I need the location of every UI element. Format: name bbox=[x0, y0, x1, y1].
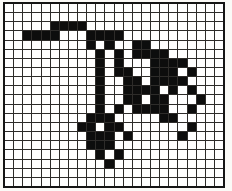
grid-cell bbox=[42, 86, 50, 94]
grid-cell bbox=[151, 22, 159, 30]
grid-cell bbox=[23, 150, 31, 158]
grid-cell bbox=[124, 123, 132, 131]
grid-cell-filled bbox=[87, 123, 95, 131]
grid-cell bbox=[133, 132, 141, 140]
grid-cell-filled bbox=[142, 86, 150, 94]
grid-cell bbox=[42, 178, 50, 186]
grid-cell bbox=[69, 132, 77, 140]
grid-cell bbox=[188, 150, 196, 158]
grid-cell-filled bbox=[105, 41, 113, 49]
grid-cell bbox=[14, 77, 22, 85]
grid-cell bbox=[197, 141, 205, 149]
grid-cell bbox=[78, 132, 86, 140]
grid-cell bbox=[60, 50, 68, 58]
grid-cell bbox=[151, 13, 159, 21]
grid-cell bbox=[32, 22, 40, 30]
grid-cell bbox=[169, 169, 177, 177]
grid-cell-filled bbox=[151, 68, 159, 76]
grid-cell bbox=[142, 77, 150, 85]
grid-cell bbox=[206, 160, 214, 168]
grid-cell bbox=[5, 77, 13, 85]
grid-cell bbox=[160, 4, 168, 12]
grid-cell bbox=[105, 59, 113, 67]
grid-cell bbox=[32, 59, 40, 67]
grid-cell bbox=[160, 86, 168, 94]
grid-cell bbox=[124, 141, 132, 149]
grid-cell bbox=[188, 4, 196, 12]
grid-cell bbox=[188, 31, 196, 39]
grid-cell bbox=[23, 13, 31, 21]
grid-cell bbox=[115, 160, 123, 168]
grid-cell bbox=[5, 59, 13, 67]
grid-cell bbox=[105, 105, 113, 113]
grid-cell bbox=[87, 178, 95, 186]
grid-cell bbox=[206, 4, 214, 12]
grid-cell bbox=[115, 13, 123, 21]
grid-cell bbox=[178, 169, 186, 177]
grid-cell bbox=[151, 123, 159, 131]
grid-cell bbox=[32, 13, 40, 21]
grid-cell-filled bbox=[151, 95, 159, 103]
grid-cell bbox=[151, 31, 159, 39]
grid-cell bbox=[60, 13, 68, 21]
grid-cell bbox=[215, 132, 223, 140]
grid-cell bbox=[206, 114, 214, 122]
grid-cell bbox=[69, 178, 77, 186]
grid-cell bbox=[197, 105, 205, 113]
grid-cell-filled bbox=[115, 150, 123, 158]
grid-cell bbox=[178, 86, 186, 94]
grid-cell bbox=[42, 68, 50, 76]
grid-cell bbox=[105, 150, 113, 158]
grid-cell bbox=[51, 77, 59, 85]
grid-cell bbox=[124, 22, 132, 30]
grid-cell bbox=[142, 123, 150, 131]
grid-cell-filled bbox=[96, 50, 104, 58]
grid-cell bbox=[87, 13, 95, 21]
grid-cell bbox=[87, 77, 95, 85]
grid-cell bbox=[160, 160, 168, 168]
grid-cell-filled bbox=[188, 123, 196, 131]
grid-cell bbox=[14, 105, 22, 113]
grid-cell bbox=[42, 132, 50, 140]
grid-cell bbox=[133, 22, 141, 30]
pattern-chart bbox=[3, 2, 225, 188]
grid-cell bbox=[14, 141, 22, 149]
grid-cell-filled bbox=[105, 132, 113, 140]
grid-cell bbox=[160, 150, 168, 158]
grid-cell bbox=[14, 59, 22, 67]
grid-cell bbox=[60, 178, 68, 186]
grid-cell bbox=[133, 141, 141, 149]
grid-cell bbox=[32, 105, 40, 113]
grid-cell bbox=[32, 114, 40, 122]
grid-cell bbox=[78, 95, 86, 103]
grid-cell bbox=[42, 22, 50, 30]
grid-cell bbox=[197, 132, 205, 140]
grid-cell-filled bbox=[105, 114, 113, 122]
grid-cell bbox=[115, 4, 123, 12]
grid-cell bbox=[188, 160, 196, 168]
grid-cell bbox=[60, 160, 68, 168]
grid-cell bbox=[206, 13, 214, 21]
grid-cell bbox=[51, 178, 59, 186]
grid-cell-filled bbox=[115, 105, 123, 113]
grid-cell bbox=[160, 22, 168, 30]
grid-cell bbox=[14, 68, 22, 76]
grid-cell-filled bbox=[51, 31, 59, 39]
grid-cell bbox=[60, 95, 68, 103]
grid-cell bbox=[105, 68, 113, 76]
grid-cell bbox=[60, 105, 68, 113]
pattern-grid bbox=[3, 2, 225, 188]
grid-cell bbox=[78, 50, 86, 58]
grid-cell bbox=[188, 77, 196, 85]
grid-cell bbox=[142, 13, 150, 21]
grid-cell bbox=[69, 13, 77, 21]
grid-cell bbox=[197, 77, 205, 85]
grid-cell bbox=[14, 22, 22, 30]
grid-cell bbox=[23, 178, 31, 186]
grid-cell-filled bbox=[169, 68, 177, 76]
grid-cell-filled bbox=[115, 59, 123, 67]
grid-cell bbox=[32, 68, 40, 76]
grid-cell bbox=[5, 22, 13, 30]
grid-cell bbox=[115, 41, 123, 49]
grid-cell bbox=[206, 123, 214, 131]
grid-cell bbox=[42, 114, 50, 122]
grid-cell bbox=[169, 105, 177, 113]
grid-cell-filled bbox=[151, 50, 159, 58]
grid-cell bbox=[23, 132, 31, 140]
grid-cell bbox=[51, 160, 59, 168]
grid-cell-filled bbox=[142, 41, 150, 49]
grid-cell-filled bbox=[96, 86, 104, 94]
grid-cell bbox=[5, 95, 13, 103]
grid-cell bbox=[206, 77, 214, 85]
grid-cell-filled bbox=[160, 59, 168, 67]
grid-cell bbox=[60, 141, 68, 149]
grid-cell-filled bbox=[160, 95, 168, 103]
grid-cell-filled bbox=[32, 31, 40, 39]
grid-cell bbox=[124, 31, 132, 39]
grid-cell bbox=[105, 4, 113, 12]
grid-cell bbox=[5, 68, 13, 76]
grid-cell bbox=[188, 50, 196, 58]
grid-cell bbox=[215, 77, 223, 85]
grid-cell bbox=[188, 114, 196, 122]
grid-cell bbox=[133, 59, 141, 67]
grid-cell bbox=[14, 31, 22, 39]
grid-cell bbox=[78, 178, 86, 186]
grid-cell-filled bbox=[188, 105, 196, 113]
grid-cell bbox=[197, 68, 205, 76]
grid-cell bbox=[142, 150, 150, 158]
grid-cell-filled bbox=[160, 77, 168, 85]
grid-cell bbox=[42, 50, 50, 58]
grid-cell-filled bbox=[115, 31, 123, 39]
grid-cell-filled bbox=[96, 59, 104, 67]
grid-cell bbox=[14, 178, 22, 186]
grid-cell-filled bbox=[197, 95, 205, 103]
grid-cell bbox=[215, 95, 223, 103]
grid-cell bbox=[197, 13, 205, 21]
grid-cell bbox=[42, 160, 50, 168]
grid-cell bbox=[215, 41, 223, 49]
grid-cell bbox=[142, 169, 150, 177]
grid-cell-filled bbox=[69, 22, 77, 30]
grid-cell bbox=[124, 150, 132, 158]
grid-cell bbox=[197, 59, 205, 67]
grid-cell bbox=[87, 22, 95, 30]
grid-cell bbox=[51, 95, 59, 103]
grid-cell bbox=[197, 86, 205, 94]
grid-cell bbox=[32, 95, 40, 103]
grid-cell-filled bbox=[124, 95, 132, 103]
grid-cell bbox=[51, 150, 59, 158]
grid-cell bbox=[78, 150, 86, 158]
grid-cell bbox=[133, 123, 141, 131]
grid-cell bbox=[206, 50, 214, 58]
grid-cell bbox=[87, 105, 95, 113]
grid-cell-filled bbox=[188, 86, 196, 94]
grid-cell bbox=[69, 141, 77, 149]
grid-cell-filled bbox=[151, 86, 159, 94]
grid-cell-filled bbox=[178, 59, 186, 67]
grid-cell bbox=[5, 86, 13, 94]
grid-cell bbox=[32, 178, 40, 186]
grid-cell bbox=[188, 95, 196, 103]
grid-cell bbox=[160, 31, 168, 39]
grid-cell bbox=[96, 123, 104, 131]
grid-cell bbox=[78, 160, 86, 168]
grid-cell bbox=[23, 86, 31, 94]
grid-cell bbox=[169, 132, 177, 140]
grid-cell bbox=[206, 31, 214, 39]
grid-cell bbox=[42, 105, 50, 113]
grid-cell bbox=[60, 4, 68, 12]
grid-cell bbox=[69, 41, 77, 49]
grid-cell-filled bbox=[60, 22, 68, 30]
grid-cell-filled bbox=[96, 105, 104, 113]
grid-cell bbox=[60, 41, 68, 49]
grid-cell bbox=[42, 13, 50, 21]
grid-cell bbox=[115, 77, 123, 85]
grid-cell bbox=[14, 4, 22, 12]
grid-cell bbox=[51, 13, 59, 21]
grid-cell bbox=[96, 178, 104, 186]
grid-cell bbox=[160, 132, 168, 140]
grid-cell bbox=[14, 132, 22, 140]
grid-cell bbox=[105, 178, 113, 186]
grid-cell bbox=[14, 114, 22, 122]
grid-cell bbox=[69, 114, 77, 122]
grid-cell-filled bbox=[115, 123, 123, 131]
grid-cell-filled bbox=[169, 77, 177, 85]
grid-cell-filled bbox=[142, 105, 150, 113]
grid-cell bbox=[87, 160, 95, 168]
grid-cell bbox=[5, 31, 13, 39]
grid-cell bbox=[115, 132, 123, 140]
grid-cell-filled bbox=[96, 114, 104, 122]
grid-cell bbox=[32, 41, 40, 49]
grid-cell bbox=[142, 141, 150, 149]
grid-cell bbox=[51, 169, 59, 177]
grid-cell bbox=[32, 4, 40, 12]
grid-cell bbox=[206, 41, 214, 49]
grid-cell bbox=[215, 169, 223, 177]
grid-cell bbox=[78, 13, 86, 21]
grid-cell bbox=[133, 68, 141, 76]
grid-cell bbox=[69, 123, 77, 131]
grid-cell-filled bbox=[115, 50, 123, 58]
grid-cell bbox=[188, 169, 196, 177]
grid-cell bbox=[151, 150, 159, 158]
grid-cell bbox=[169, 141, 177, 149]
grid-cell bbox=[178, 160, 186, 168]
grid-cell bbox=[96, 22, 104, 30]
grid-cell bbox=[178, 95, 186, 103]
grid-cell bbox=[32, 123, 40, 131]
grid-cell-filled bbox=[105, 123, 113, 131]
grid-cell bbox=[115, 169, 123, 177]
grid-cell bbox=[133, 150, 141, 158]
grid-cell bbox=[215, 105, 223, 113]
grid-cell-filled bbox=[96, 68, 104, 76]
grid-cell bbox=[178, 178, 186, 186]
grid-cell bbox=[51, 41, 59, 49]
grid-cell bbox=[178, 4, 186, 12]
grid-cell bbox=[151, 114, 159, 122]
grid-cell bbox=[115, 95, 123, 103]
grid-cell bbox=[14, 50, 22, 58]
grid-cell-filled bbox=[51, 22, 59, 30]
grid-cell bbox=[78, 31, 86, 39]
grid-cell bbox=[215, 141, 223, 149]
grid-cell bbox=[5, 132, 13, 140]
grid-cell-filled bbox=[124, 68, 132, 76]
grid-cell-filled bbox=[160, 105, 168, 113]
grid-cell bbox=[23, 95, 31, 103]
grid-cell bbox=[105, 13, 113, 21]
grid-cell bbox=[178, 13, 186, 21]
grid-cell bbox=[60, 123, 68, 131]
grid-cell-filled bbox=[96, 31, 104, 39]
grid-cell bbox=[206, 59, 214, 67]
grid-cell bbox=[14, 13, 22, 21]
grid-cell-filled bbox=[133, 105, 141, 113]
grid-cell-filled bbox=[188, 68, 196, 76]
grid-cell bbox=[14, 150, 22, 158]
grid-cell bbox=[124, 178, 132, 186]
grid-cell bbox=[32, 132, 40, 140]
grid-cell bbox=[5, 105, 13, 113]
grid-cell-filled bbox=[87, 132, 95, 140]
grid-cell bbox=[42, 59, 50, 67]
grid-cell bbox=[188, 141, 196, 149]
grid-cell bbox=[178, 150, 186, 158]
grid-cell bbox=[51, 68, 59, 76]
grid-cell bbox=[151, 41, 159, 49]
grid-cell bbox=[142, 68, 150, 76]
grid-cell bbox=[206, 95, 214, 103]
grid-cell bbox=[23, 41, 31, 49]
grid-cell bbox=[69, 160, 77, 168]
grid-cell bbox=[51, 86, 59, 94]
grid-cell bbox=[188, 59, 196, 67]
grid-cell bbox=[51, 4, 59, 12]
grid-cell bbox=[206, 178, 214, 186]
grid-cell bbox=[142, 4, 150, 12]
grid-cell bbox=[87, 86, 95, 94]
grid-cell bbox=[14, 160, 22, 168]
grid-cell bbox=[60, 132, 68, 140]
grid-cell bbox=[5, 13, 13, 21]
grid-cell bbox=[169, 41, 177, 49]
grid-cell bbox=[105, 77, 113, 85]
grid-cell-filled bbox=[96, 95, 104, 103]
grid-cell bbox=[197, 169, 205, 177]
grid-cell bbox=[124, 160, 132, 168]
grid-cell bbox=[178, 22, 186, 30]
grid-cell bbox=[69, 77, 77, 85]
grid-cell bbox=[215, 178, 223, 186]
grid-cell bbox=[14, 86, 22, 94]
grid-cell bbox=[178, 114, 186, 122]
grid-cell bbox=[5, 4, 13, 12]
grid-cell bbox=[188, 41, 196, 49]
grid-cell bbox=[51, 105, 59, 113]
grid-cell bbox=[32, 50, 40, 58]
grid-cell bbox=[215, 86, 223, 94]
grid-cell bbox=[160, 13, 168, 21]
grid-cell bbox=[197, 50, 205, 58]
grid-cell-filled bbox=[124, 132, 132, 140]
grid-cell bbox=[60, 77, 68, 85]
grid-cell bbox=[51, 50, 59, 58]
grid-cell-filled bbox=[133, 86, 141, 94]
grid-cell bbox=[32, 77, 40, 85]
grid-cell bbox=[188, 13, 196, 21]
grid-cell-filled bbox=[78, 22, 86, 30]
grid-cell bbox=[151, 178, 159, 186]
grid-cell bbox=[178, 41, 186, 49]
grid-cell bbox=[5, 114, 13, 122]
grid-cell bbox=[206, 150, 214, 158]
grid-cell bbox=[5, 178, 13, 186]
grid-cell bbox=[23, 77, 31, 85]
grid-cell bbox=[69, 105, 77, 113]
grid-cell bbox=[87, 150, 95, 158]
grid-cell bbox=[206, 105, 214, 113]
grid-cell-filled bbox=[96, 141, 104, 149]
grid-cell-filled bbox=[133, 41, 141, 49]
grid-cell bbox=[60, 86, 68, 94]
grid-cell bbox=[160, 169, 168, 177]
grid-cell bbox=[215, 123, 223, 131]
grid-cell bbox=[142, 132, 150, 140]
grid-cell bbox=[42, 141, 50, 149]
grid-cell bbox=[151, 132, 159, 140]
grid-cell bbox=[78, 105, 86, 113]
grid-cell bbox=[142, 114, 150, 122]
grid-cell bbox=[60, 59, 68, 67]
grid-cell bbox=[23, 123, 31, 131]
grid-cell bbox=[215, 13, 223, 21]
grid-cell bbox=[178, 123, 186, 131]
grid-cell bbox=[169, 178, 177, 186]
grid-cell bbox=[69, 59, 77, 67]
